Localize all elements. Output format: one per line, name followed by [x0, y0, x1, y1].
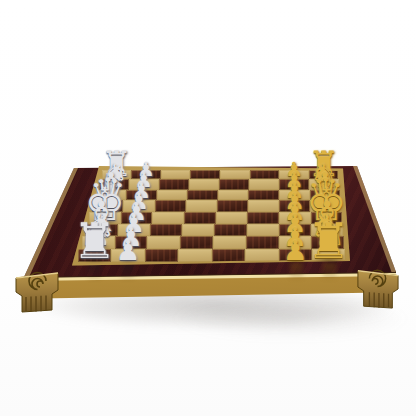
pieces-layer: ♜♞♝♛♚♝♞♜♟♟♟♟♟♟♟♟♟♟♟♟♟♟♟♟♜♞♝♛♚♝♞♜: [0, 0, 416, 416]
piece-white-rook-h1: ♜: [73, 217, 117, 266]
piece-white-pawn-h2: ♟: [116, 236, 141, 263]
piece-black-pawn-h7: ♟: [283, 236, 308, 263]
piece-black-rook-h8: ♜: [307, 217, 351, 266]
chess-set-photo: ♜♞♝♛♚♝♞♜♟♟♟♟♟♟♟♟♟♟♟♟♟♟♟♟♜♞♝♛♚♝♞♜: [0, 0, 416, 416]
